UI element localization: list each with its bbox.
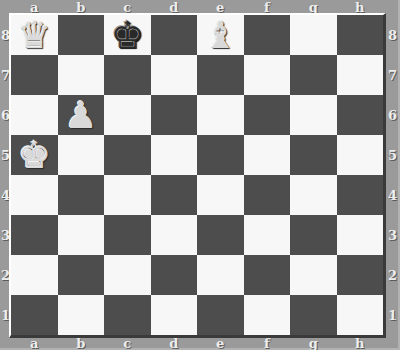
square-e5[interactable] (197, 135, 244, 175)
square-c2[interactable] (104, 255, 151, 295)
rank-labels-right: 87654321 (387, 15, 398, 335)
file-labels-bottom: abcdefgh (11, 336, 383, 350)
white-queen[interactable]: ♛ (18, 17, 51, 54)
square-d8[interactable] (151, 15, 198, 55)
square-c8[interactable]: ♚ (104, 15, 151, 55)
file-label-bottom-h: h (337, 336, 384, 350)
white-bishop[interactable]: ♝ (204, 17, 237, 54)
rank-label-right-8: 8 (387, 15, 398, 55)
square-d5[interactable] (151, 135, 198, 175)
square-h4[interactable] (337, 175, 384, 215)
square-g1[interactable] (290, 295, 337, 335)
square-a3[interactable] (11, 215, 58, 255)
square-h7[interactable] (337, 55, 384, 95)
file-label-bottom-b: b (58, 336, 105, 350)
square-h2[interactable] (337, 255, 384, 295)
square-g3[interactable] (290, 215, 337, 255)
square-f2[interactable] (244, 255, 291, 295)
square-b2[interactable] (58, 255, 105, 295)
square-b5[interactable] (58, 135, 105, 175)
square-c3[interactable] (104, 215, 151, 255)
square-a4[interactable] (11, 175, 58, 215)
square-c7[interactable] (104, 55, 151, 95)
square-f7[interactable] (244, 55, 291, 95)
file-label-bottom-g: g (290, 336, 337, 350)
square-h1[interactable] (337, 295, 384, 335)
square-a8[interactable]: ♛ (11, 15, 58, 55)
rank-label-right-5: 5 (387, 135, 398, 175)
square-c1[interactable] (104, 295, 151, 335)
square-d1[interactable] (151, 295, 198, 335)
square-a2[interactable] (11, 255, 58, 295)
square-a6[interactable] (11, 95, 58, 135)
rank-label-right-2: 2 (387, 255, 398, 295)
rank-label-right-6: 6 (387, 95, 398, 135)
square-g5[interactable] (290, 135, 337, 175)
square-b8[interactable] (58, 15, 105, 55)
square-e7[interactable] (197, 55, 244, 95)
chessboard-window: abcdefgh 87654321 ♛♚♝♟♚ 87654321 abcdefg… (0, 0, 400, 350)
square-f3[interactable] (244, 215, 291, 255)
square-h3[interactable] (337, 215, 384, 255)
square-g4[interactable] (290, 175, 337, 215)
square-d4[interactable] (151, 175, 198, 215)
file-label-top-e: e (197, 0, 244, 14)
square-a7[interactable] (11, 55, 58, 95)
file-label-bottom-d: d (151, 336, 198, 350)
square-h8[interactable] (337, 15, 384, 55)
board-grid: ♛♚♝♟♚ (11, 15, 383, 335)
square-a1[interactable] (11, 295, 58, 335)
square-g8[interactable] (290, 15, 337, 55)
square-b7[interactable] (58, 55, 105, 95)
square-h6[interactable] (337, 95, 384, 135)
square-d6[interactable] (151, 95, 198, 135)
square-b6[interactable]: ♟ (58, 95, 105, 135)
white-pawn[interactable]: ♟ (64, 97, 97, 134)
rank-label-right-1: 1 (387, 295, 398, 335)
file-label-top-g: g (290, 0, 337, 14)
square-e4[interactable] (197, 175, 244, 215)
square-f4[interactable] (244, 175, 291, 215)
square-b1[interactable] (58, 295, 105, 335)
square-e1[interactable] (197, 295, 244, 335)
rank-label-right-3: 3 (387, 215, 398, 255)
square-b3[interactable] (58, 215, 105, 255)
square-h5[interactable] (337, 135, 384, 175)
square-a5[interactable]: ♚ (11, 135, 58, 175)
square-c4[interactable] (104, 175, 151, 215)
square-f1[interactable] (244, 295, 291, 335)
file-label-top-b: b (58, 0, 105, 14)
file-label-top-a: a (11, 0, 58, 14)
square-e8[interactable]: ♝ (197, 15, 244, 55)
square-g6[interactable] (290, 95, 337, 135)
square-e6[interactable] (197, 95, 244, 135)
square-c6[interactable] (104, 95, 151, 135)
file-label-top-c: c (104, 0, 151, 14)
square-d3[interactable] (151, 215, 198, 255)
white-king[interactable]: ♚ (18, 137, 51, 174)
square-f8[interactable] (244, 15, 291, 55)
square-g2[interactable] (290, 255, 337, 295)
square-f5[interactable] (244, 135, 291, 175)
square-g7[interactable] (290, 55, 337, 95)
square-b4[interactable] (58, 175, 105, 215)
rank-label-right-4: 4 (387, 175, 398, 215)
file-label-bottom-a: a (11, 336, 58, 350)
chess-board: ♛♚♝♟♚ (9, 13, 386, 338)
rank-label-right-7: 7 (387, 55, 398, 95)
file-labels-top: abcdefgh (11, 0, 383, 14)
square-e2[interactable] (197, 255, 244, 295)
black-king[interactable]: ♚ (111, 17, 144, 54)
square-d2[interactable] (151, 255, 198, 295)
file-label-top-f: f (244, 0, 291, 14)
file-label-bottom-c: c (104, 336, 151, 350)
file-label-bottom-f: f (244, 336, 291, 350)
square-f6[interactable] (244, 95, 291, 135)
file-label-top-d: d (151, 0, 198, 14)
square-d7[interactable] (151, 55, 198, 95)
square-e3[interactable] (197, 215, 244, 255)
square-c5[interactable] (104, 135, 151, 175)
file-label-top-h: h (337, 0, 384, 14)
file-label-bottom-e: e (197, 336, 244, 350)
